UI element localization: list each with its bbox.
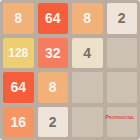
empty-cell-r2c4: [107, 38, 138, 69]
tile-8-r3c2: 8: [38, 72, 69, 103]
board-2048[interactable]: 86482128324648162Professional: [0, 0, 140, 140]
tile-64-r3c1: 64: [3, 72, 34, 103]
tile-4-r2c3: 4: [72, 38, 103, 69]
empty-cell-r4c4: [107, 107, 138, 138]
empty-cell-r3c3: [72, 72, 103, 103]
empty-cell-r4c3: [72, 107, 103, 138]
tile-2-r1c4: 2: [107, 3, 138, 34]
tile-2-r4c2: 2: [38, 107, 69, 138]
tile-128-r2c1: 128: [3, 38, 34, 69]
empty-cell-r3c4: [107, 72, 138, 103]
tile-64-r1c2: 64: [38, 3, 69, 34]
tile-8-r1c1: 8: [3, 3, 34, 34]
tile-32-r2c2: 32: [38, 38, 69, 69]
tile-8-r1c3: 8: [72, 3, 103, 34]
tile-16-r4c1: 16: [3, 107, 34, 138]
